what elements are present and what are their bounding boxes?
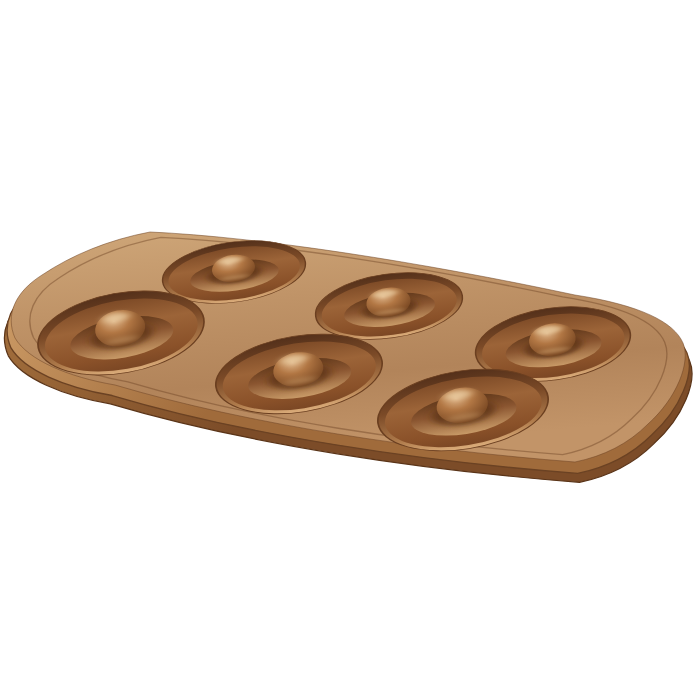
donut-pan-illustration	[0, 0, 700, 700]
product-photo-frame	[0, 0, 700, 700]
